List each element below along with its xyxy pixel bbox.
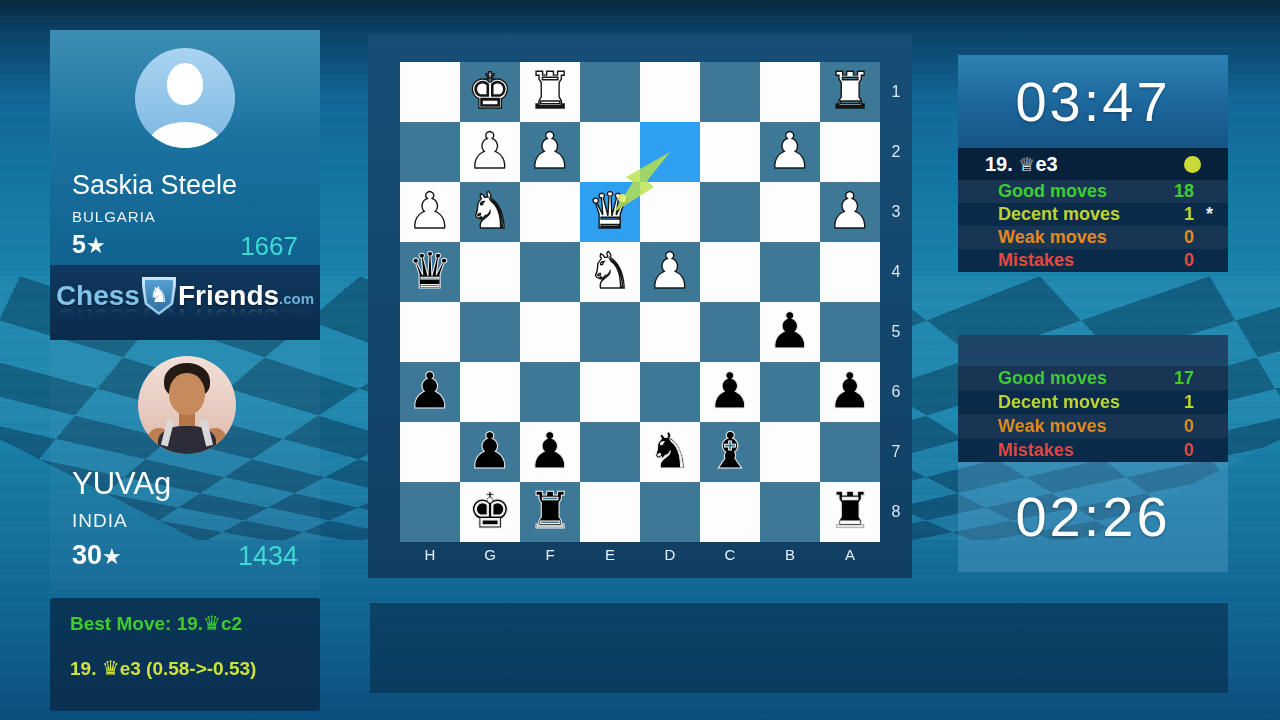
white-pawn: ♟ xyxy=(640,242,700,302)
white-player-name: Saskia Steele xyxy=(72,170,237,201)
file-label-A: A xyxy=(820,546,880,563)
file-label-D: D xyxy=(640,546,700,563)
square-b5[interactable]: ♟ xyxy=(760,302,820,362)
square-d2[interactable] xyxy=(640,122,700,182)
white-knight: ♞ xyxy=(460,182,520,242)
white-player-rating: 1667 xyxy=(240,231,298,262)
black-pawn: ♟ xyxy=(820,362,880,422)
square-h2[interactable] xyxy=(400,122,460,182)
square-f6[interactable] xyxy=(520,362,580,422)
stat-row-weak-moves: Weak moves0 xyxy=(958,226,1228,249)
chess-board[interactable]: ♚♜♜♟♟♟♟♞♛♟♛♞♟♟♟♟♟♟♟♞♝♚♜♜ xyxy=(400,62,880,542)
played-move-eval-line: 19. ♛e3 (0.58->-0.53) xyxy=(70,656,256,680)
stat-row-good-moves: Good moves17 xyxy=(958,366,1228,390)
square-e6[interactable] xyxy=(580,362,640,422)
knight-icon: ♞ xyxy=(142,277,176,315)
black-player-stats-row: 30★ 1434 xyxy=(72,540,298,572)
white-rook: ♜ xyxy=(820,62,880,122)
square-g8[interactable]: ♚ xyxy=(460,482,520,542)
file-label-F: F xyxy=(520,546,580,563)
site-logo-band: Chess♞Friends.com xyxy=(50,265,320,340)
square-h7[interactable] xyxy=(400,422,460,482)
move-quality-indicator xyxy=(1184,156,1201,173)
square-d4[interactable]: ♟ xyxy=(640,242,700,302)
player-card-white: Saskia Steele BULGARIA 5★ 1667 xyxy=(50,30,320,265)
logo-word-friends: Friends xyxy=(178,280,279,311)
square-g4[interactable] xyxy=(460,242,520,302)
black-stats-panel: Good moves17Decent moves1Weak moves0Mist… xyxy=(958,335,1228,462)
queen-icon: ♕ xyxy=(1018,153,1035,175)
black-pawn: ♟ xyxy=(700,362,760,422)
square-e3[interactable]: ♛ xyxy=(580,182,640,242)
square-d1[interactable] xyxy=(640,62,700,122)
player-card-black: YUVAg INDIA 30★ 1434 xyxy=(50,340,320,590)
square-c5[interactable] xyxy=(700,302,760,362)
white-clock: 03:47 xyxy=(958,55,1228,148)
logo-word-chess: Chess xyxy=(56,280,140,311)
file-label-G: G xyxy=(460,546,520,563)
knight-shield-icon: ♞ xyxy=(142,277,176,315)
queen-icon: ♛ xyxy=(203,611,221,635)
last-move-header: 19. ♕e3 xyxy=(958,148,1228,180)
white-king: ♚ xyxy=(460,62,520,122)
rank-label-5: 5 xyxy=(882,302,910,362)
square-c6[interactable]: ♟ xyxy=(700,362,760,422)
square-g1[interactable]: ♚ xyxy=(460,62,520,122)
white-pawn: ♟ xyxy=(400,182,460,242)
square-h3[interactable]: ♟ xyxy=(400,182,460,242)
square-h8[interactable] xyxy=(400,482,460,542)
square-d8[interactable] xyxy=(640,482,700,542)
white-pawn: ♟ xyxy=(460,122,520,182)
square-b2[interactable]: ♟ xyxy=(760,122,820,182)
black-bishop: ♝ xyxy=(700,422,760,482)
avatar-face xyxy=(169,373,205,415)
file-label-E: E xyxy=(580,546,640,563)
square-a2[interactable] xyxy=(820,122,880,182)
square-d6[interactable] xyxy=(640,362,700,422)
square-e1[interactable] xyxy=(580,62,640,122)
white-queen: ♛ xyxy=(580,182,640,242)
black-rook: ♜ xyxy=(820,482,880,542)
square-a4[interactable] xyxy=(820,242,880,302)
rank-labels: 12345678 xyxy=(882,62,910,542)
square-a5[interactable] xyxy=(820,302,880,362)
engine-analysis-panel: Best Move: 19.♛c2 19. ♛e3 (0.58->-0.53) xyxy=(50,598,320,711)
rank-label-4: 4 xyxy=(882,242,910,302)
white-knight: ♞ xyxy=(580,242,640,302)
empty-header xyxy=(958,335,1228,366)
black-queen: ♛ xyxy=(400,242,460,302)
app-root: Saskia Steele BULGARIA 5★ 1667 Chess♞Fri… xyxy=(0,0,1280,720)
file-label-H: H xyxy=(400,546,460,563)
avatar-silhouette-head xyxy=(167,63,203,105)
rank-label-2: 2 xyxy=(882,122,910,182)
black-knight: ♞ xyxy=(640,422,700,482)
square-c1[interactable] xyxy=(700,62,760,122)
square-c2[interactable] xyxy=(700,122,760,182)
square-a3[interactable]: ♟ xyxy=(820,182,880,242)
black-pawn: ♟ xyxy=(460,422,520,482)
black-player-stars: 30 xyxy=(72,540,102,570)
white-rook: ♜ xyxy=(520,62,580,122)
square-a8[interactable]: ♜ xyxy=(820,482,880,542)
white-stats-panel: 19. ♕e3 Good moves18Decent moves1*Weak m… xyxy=(958,148,1228,272)
black-pawn: ♟ xyxy=(400,362,460,422)
square-g3[interactable]: ♞ xyxy=(460,182,520,242)
square-h4[interactable]: ♛ xyxy=(400,242,460,302)
square-a1[interactable]: ♜ xyxy=(820,62,880,122)
black-rook: ♜ xyxy=(520,482,580,542)
stat-row-mistakes: Mistakes0 xyxy=(958,249,1228,272)
square-e8[interactable] xyxy=(580,482,640,542)
square-f8[interactable]: ♜ xyxy=(520,482,580,542)
stat-row-decent-moves: Decent moves1* xyxy=(958,203,1228,226)
square-h5[interactable] xyxy=(400,302,460,362)
square-b6[interactable] xyxy=(760,362,820,422)
square-f4[interactable] xyxy=(520,242,580,302)
square-b4[interactable] xyxy=(760,242,820,302)
black-king: ♚ xyxy=(460,482,520,542)
square-f7[interactable]: ♟ xyxy=(520,422,580,482)
white-player-country: BULGARIA xyxy=(72,208,156,225)
logo-suffix: .com xyxy=(279,290,314,307)
black-clock: 02:26 xyxy=(958,462,1228,572)
queen-icon: ♛ xyxy=(102,656,120,680)
square-c4[interactable] xyxy=(700,242,760,302)
square-a6[interactable]: ♟ xyxy=(820,362,880,422)
square-a7[interactable] xyxy=(820,422,880,482)
black-player-name: YUVAg xyxy=(72,466,171,502)
best-move-line: Best Move: 19.♛c2 xyxy=(70,611,242,635)
square-b8[interactable] xyxy=(760,482,820,542)
star-icon: ★ xyxy=(86,233,106,258)
avatar-black-photo xyxy=(138,356,236,454)
white-pawn: ♟ xyxy=(520,122,580,182)
square-e5[interactable] xyxy=(580,302,640,362)
black-player-country: INDIA xyxy=(72,510,128,532)
rank-label-3: 3 xyxy=(882,182,910,242)
rank-label-6: 6 xyxy=(882,362,910,422)
avatar-white xyxy=(135,48,235,148)
square-c8[interactable] xyxy=(700,482,760,542)
site-logo: Chess♞Friends.com xyxy=(50,277,320,315)
square-f3[interactable] xyxy=(520,182,580,242)
white-pawn: ♟ xyxy=(820,182,880,242)
move-square: e3 xyxy=(1035,153,1057,175)
stat-row-weak-moves: Weak moves0 xyxy=(958,414,1228,438)
square-b3[interactable] xyxy=(760,182,820,242)
black-player-rating: 1434 xyxy=(238,541,298,572)
square-f1[interactable]: ♜ xyxy=(520,62,580,122)
stat-row-mistakes: Mistakes0 xyxy=(958,438,1228,462)
avatar-silhouette-shoulders xyxy=(148,122,222,148)
stat-row-decent-moves: Decent moves1 xyxy=(958,390,1228,414)
file-labels: HGFEDCBA xyxy=(400,546,880,563)
square-e4[interactable]: ♞ xyxy=(580,242,640,302)
move-number: 19. xyxy=(985,153,1018,175)
square-f2[interactable]: ♟ xyxy=(520,122,580,182)
rank-label-8: 8 xyxy=(882,482,910,542)
square-e2[interactable] xyxy=(580,122,640,182)
black-pawn: ♟ xyxy=(520,422,580,482)
square-g5[interactable] xyxy=(460,302,520,362)
square-d5[interactable] xyxy=(640,302,700,362)
stat-row-good-moves: Good moves18 xyxy=(958,180,1228,203)
black-pawn: ♟ xyxy=(760,302,820,362)
bottom-bar xyxy=(370,603,1228,693)
square-g6[interactable] xyxy=(460,362,520,422)
square-g7[interactable]: ♟ xyxy=(460,422,520,482)
square-b1[interactable] xyxy=(760,62,820,122)
square-f5[interactable] xyxy=(520,302,580,362)
square-h6[interactable]: ♟ xyxy=(400,362,460,422)
square-d7[interactable]: ♞ xyxy=(640,422,700,482)
rank-label-1: 1 xyxy=(882,62,910,122)
square-e7[interactable] xyxy=(580,422,640,482)
white-pawn: ♟ xyxy=(760,122,820,182)
white-player-stars: 5 xyxy=(72,230,86,258)
square-g2[interactable]: ♟ xyxy=(460,122,520,182)
board-panel: ♚♜♜♟♟♟♟♞♛♟♛♞♟♟♟♟♟♟♟♞♝♚♜♜ HGFEDCBA 123456… xyxy=(368,34,912,578)
square-h1[interactable] xyxy=(400,62,460,122)
star-icon: ★ xyxy=(102,544,122,569)
file-label-C: C xyxy=(700,546,760,563)
file-label-B: B xyxy=(760,546,820,563)
square-c3[interactable] xyxy=(700,182,760,242)
square-d3[interactable] xyxy=(640,182,700,242)
square-c7[interactable]: ♝ xyxy=(700,422,760,482)
square-b7[interactable] xyxy=(760,422,820,482)
white-player-stats-row: 5★ 1667 xyxy=(72,230,298,262)
rank-label-7: 7 xyxy=(882,422,910,482)
